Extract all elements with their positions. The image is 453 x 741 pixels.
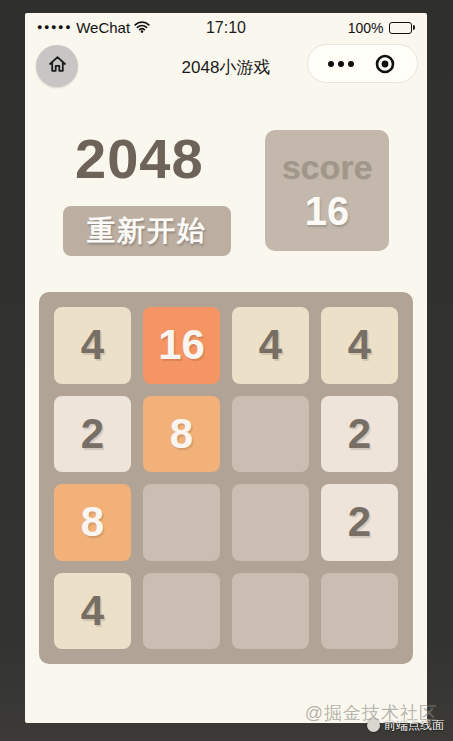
tile-2: 2 xyxy=(321,484,398,561)
game-title: 2048 xyxy=(75,126,204,191)
phone-screen: ●●●●● WeChat 17:10 100% xyxy=(25,13,427,723)
cell-empty xyxy=(232,573,309,650)
board-grid[interactable]: 41644282824 xyxy=(39,292,413,664)
nav-bar: 2048小游戏 xyxy=(25,40,427,102)
battery-icon xyxy=(389,22,416,34)
tile-8: 8 xyxy=(54,484,131,561)
watermark-author: 前端点线面 xyxy=(367,717,444,734)
status-right: 100% xyxy=(348,20,415,36)
score-value: 16 xyxy=(305,189,350,234)
status-bar: ●●●●● WeChat 17:10 100% xyxy=(25,13,427,40)
tile-4: 4 xyxy=(232,307,309,384)
wechat-capsule xyxy=(307,44,418,83)
tile-4: 4 xyxy=(54,573,131,650)
more-options-button[interactable] xyxy=(328,61,354,67)
tile-16: 16 xyxy=(143,307,220,384)
status-left: ●●●●● WeChat xyxy=(37,19,150,37)
tile-2: 2 xyxy=(54,396,131,473)
tile-8: 8 xyxy=(143,396,220,473)
restart-button[interactable]: 重新开始 xyxy=(63,206,231,256)
page-canvas: ●●●●● WeChat 17:10 100% xyxy=(0,0,453,741)
cell-empty xyxy=(232,484,309,561)
author-name: 前端点线面 xyxy=(384,717,444,734)
cell-empty xyxy=(143,573,220,650)
wifi-icon xyxy=(134,19,150,37)
score-box: score 16 xyxy=(265,130,389,251)
minimize-target-button[interactable] xyxy=(373,52,397,76)
tile-4: 4 xyxy=(54,307,131,384)
score-label: score xyxy=(282,148,373,187)
tile-2: 2 xyxy=(321,396,398,473)
signal-dots-icon: ●●●●● xyxy=(37,22,72,32)
author-avatar xyxy=(367,719,380,732)
battery-percent-label: 100% xyxy=(348,20,384,36)
cell-empty xyxy=(232,396,309,473)
game-header: 2048 重新开始 score 16 xyxy=(25,102,427,292)
cell-empty xyxy=(143,484,220,561)
cell-empty xyxy=(321,573,398,650)
tile-4: 4 xyxy=(321,307,398,384)
carrier-label: WeChat xyxy=(76,19,130,36)
